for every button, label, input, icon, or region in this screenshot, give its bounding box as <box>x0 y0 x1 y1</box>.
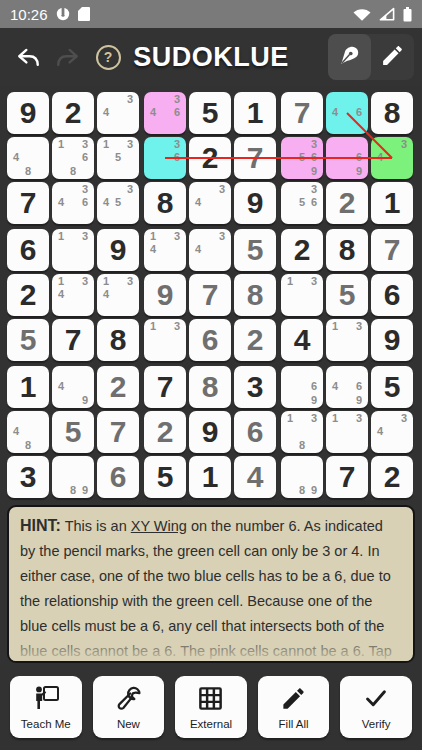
solved-digit: 7 <box>110 417 127 447</box>
hint-text-post: on the number 6. As indicated by the pen… <box>20 518 392 663</box>
given-digit: 3 <box>20 462 37 492</box>
cell-r5c5[interactable]: 7 <box>189 274 231 316</box>
cell-r8c2[interactable]: 5 <box>52 411 94 453</box>
solved-digit: 5 <box>20 325 37 355</box>
cell-r5c1[interactable]: 2 <box>7 274 49 316</box>
new-button[interactable]: New <box>93 676 165 738</box>
box-5: 1343459781362 <box>144 229 276 361</box>
bottom-toolbar: Teach Me New External Fill A <box>0 663 422 738</box>
cell-r9c6[interactable]: 4 <box>234 456 276 498</box>
cell-r1c7[interactable]: 7 <box>281 92 323 134</box>
cell-r5c7[interactable]: 13 <box>281 274 323 316</box>
help-button[interactable]: ? <box>88 34 128 80</box>
cell-r4c6[interactable]: 5 <box>234 229 276 271</box>
app-screen: 10:26 <box>0 0 422 750</box>
given-digit: 7 <box>20 188 37 218</box>
solved-digit: 7 <box>202 280 219 310</box>
cell-r9c2[interactable]: 89 <box>52 456 94 498</box>
cell-r6c3[interactable]: 8 <box>97 319 139 361</box>
hint-label: HINT: <box>20 517 61 534</box>
cell-r1c4[interactable]: 346 <box>144 92 186 134</box>
pencil-marks: 36 <box>147 138 183 178</box>
solved-digit: 7 <box>384 235 401 265</box>
given-digit: 9 <box>384 325 401 355</box>
pencil-marks: 34 <box>100 93 136 133</box>
cell-r2c2[interactable]: 1368 <box>52 137 94 179</box>
cell-r3c8[interactable]: 2 <box>326 182 368 224</box>
cell-r6c4[interactable]: 13 <box>144 319 186 361</box>
pencil-marks: 13 <box>329 412 365 452</box>
pencil-marks: 13 <box>329 320 365 360</box>
cell-r2c7[interactable]: 3569 <box>281 137 323 179</box>
teacher-icon <box>31 684 61 716</box>
pencil-icon <box>280 685 307 716</box>
entry-mode-toggle <box>328 34 414 80</box>
given-digit: 2 <box>294 235 311 265</box>
cell-r6c8[interactable]: 13 <box>326 319 368 361</box>
box-7: 149248573896 <box>7 366 139 498</box>
solved-digit: 8 <box>247 280 264 310</box>
cell-r6c1[interactable]: 5 <box>7 319 49 361</box>
cell-r7c8[interactable]: 469 <box>326 366 368 408</box>
cell-r6c2[interactable]: 7 <box>52 319 94 361</box>
cell-r7c6[interactable]: 3 <box>234 366 276 408</box>
given-digit: 2 <box>384 462 401 492</box>
pencil-marks: 89 <box>55 457 91 497</box>
solved-digit: 6 <box>202 325 219 355</box>
cell-r1c1[interactable]: 9 <box>7 92 49 134</box>
cell-r5c4[interactable]: 9 <box>144 274 186 316</box>
cell-r7c3[interactable]: 2 <box>97 366 139 408</box>
cell-r6c7[interactable]: 4 <box>281 319 323 361</box>
cell-r5c2[interactable]: 134 <box>52 274 94 316</box>
external-button[interactable]: External <box>175 676 247 738</box>
given-digit: 8 <box>110 325 127 355</box>
given-digit: 1 <box>202 462 219 492</box>
box-9: 69469513813348972 <box>281 366 413 498</box>
pencil-marks: 49 <box>55 367 91 407</box>
cell-r1c6[interactable]: 1 <box>234 92 276 134</box>
status-bar: 10:26 <box>0 0 422 28</box>
cell-r4c8[interactable]: 8 <box>326 229 368 271</box>
pencil-icon <box>380 43 405 72</box>
app-bar: ? SUDOKLUE <box>0 28 422 86</box>
cell-r7c4[interactable]: 7 <box>144 366 186 408</box>
cell-r8c4[interactable]: 2 <box>144 411 186 453</box>
pencil-marks: 48 <box>10 412 46 452</box>
solved-digit: 2 <box>110 372 127 402</box>
cell-r8c3[interactable]: 7 <box>97 411 139 453</box>
pencil-marks: 34 <box>192 183 228 223</box>
solved-digit: 7 <box>294 98 311 128</box>
ink-pen-icon <box>337 42 363 72</box>
cell-r3c4[interactable]: 8 <box>144 182 186 224</box>
pencil-marks: 1368 <box>55 138 91 178</box>
pencil-marks: 3569 <box>284 138 320 178</box>
redo-button[interactable] <box>48 34 88 80</box>
cell-r3c3[interactable]: 345 <box>97 182 139 224</box>
given-digit: 5 <box>202 98 219 128</box>
given-digit: 6 <box>384 280 401 310</box>
button-label: Verify <box>362 718 391 730</box>
given-digit: 9 <box>202 417 219 447</box>
cell-r8c7[interactable]: 138 <box>281 411 323 453</box>
cell-r1c9[interactable]: 8 <box>371 92 413 134</box>
cell-r1c3[interactable]: 34 <box>97 92 139 134</box>
solved-digit: 2 <box>339 188 356 218</box>
cell-r8c8[interactable]: 13 <box>326 411 368 453</box>
given-digit: 8 <box>339 235 356 265</box>
cell-r3c7[interactable]: 356 <box>281 182 323 224</box>
solved-digit: 4 <box>247 462 264 492</box>
button-label: Fill All <box>279 718 309 730</box>
cell-r5c6[interactable]: 8 <box>234 274 276 316</box>
hint-term-link[interactable]: XY Wing <box>131 518 187 534</box>
pencil-marks: 346 <box>55 183 91 223</box>
given-digit: 3 <box>247 372 264 402</box>
cell-r4c2[interactable]: 13 <box>52 229 94 271</box>
cell-r4c7[interactable]: 2 <box>281 229 323 271</box>
cell-r4c1[interactable]: 6 <box>7 229 49 271</box>
cell-r9c7[interactable]: 89 <box>281 456 323 498</box>
hint-panel: HINT: This is an XY Wing on the number 6… <box>7 505 415 663</box>
button-label: New <box>117 718 140 730</box>
button-label: Teach Me <box>21 718 71 730</box>
given-digit: 7 <box>157 372 174 402</box>
cell-r7c2[interactable]: 49 <box>52 366 94 408</box>
hint-text-pre: This is an <box>61 518 131 534</box>
verify-button[interactable]: Verify <box>340 676 412 738</box>
box-2: 3465136278349 <box>144 92 276 224</box>
cell-r1c8[interactable]: 46 <box>326 92 368 134</box>
board-area: 9234481368135734634534651362783497468356… <box>0 86 422 498</box>
cell-r4c5[interactable]: 34 <box>189 229 231 271</box>
pencil-marks: 134 <box>55 275 91 315</box>
grid-icon <box>197 685 224 716</box>
pencil-marks: 469 <box>329 367 365 407</box>
solved-digit: 5 <box>247 235 264 265</box>
pencil-marks: 48 <box>10 138 46 178</box>
given-digit: 1 <box>247 98 264 128</box>
cell-r2c8[interactable]: 69 <box>326 137 368 179</box>
box-6: 28713564139 <box>281 229 413 361</box>
cell-r7c1[interactable]: 1 <box>7 366 49 408</box>
data-saver-icon <box>56 7 70 21</box>
pencil-marks: 356 <box>284 183 320 223</box>
button-label: External <box>190 718 232 730</box>
help-icon: ? <box>96 45 121 70</box>
cell-r9c3[interactable]: 6 <box>97 456 139 498</box>
cell-r5c3[interactable]: 134 <box>97 274 139 316</box>
given-digit: 1 <box>384 188 401 218</box>
pencil-marks: 134 <box>100 275 136 315</box>
signal-icon <box>379 7 395 21</box>
cell-r8c1[interactable]: 48 <box>7 411 49 453</box>
cell-r4c3[interactable]: 9 <box>97 229 139 271</box>
solved-digit: 8 <box>202 372 219 402</box>
solved-digit: 7 <box>247 143 264 173</box>
check-icon <box>362 685 390 716</box>
cell-r2c9[interactable]: 34 <box>371 137 413 179</box>
given-digit: 9 <box>20 98 37 128</box>
given-digit: 8 <box>157 188 174 218</box>
cell-r6c9[interactable]: 9 <box>371 319 413 361</box>
pencil-marks: 134 <box>147 230 183 270</box>
given-digit: 7 <box>65 325 82 355</box>
pencil-marks: 345 <box>100 183 136 223</box>
page-title: SUDOKLUE <box>133 42 289 73</box>
pencil-marks: 346 <box>147 93 183 133</box>
cell-r8c5[interactable]: 9 <box>189 411 231 453</box>
cell-r3c5[interactable]: 34 <box>189 182 231 224</box>
cell-r5c8[interactable]: 5 <box>326 274 368 316</box>
solved-digit: 2 <box>247 325 264 355</box>
pencil-marks: 13 <box>55 230 91 270</box>
cell-r2c1[interactable]: 48 <box>7 137 49 179</box>
undo-button[interactable] <box>8 34 48 80</box>
solved-digit: 9 <box>157 280 174 310</box>
solved-digit: 5 <box>339 280 356 310</box>
given-digit: 1 <box>20 372 37 402</box>
solved-digit: 5 <box>65 417 82 447</box>
cell-r2c5[interactable]: 2 <box>189 137 231 179</box>
given-digit: 2 <box>20 280 37 310</box>
solved-digit: 6 <box>247 417 264 447</box>
given-digit: 2 <box>202 143 219 173</box>
wrench-icon <box>115 685 142 716</box>
given-digit: 6 <box>20 235 37 265</box>
cell-r3c2[interactable]: 346 <box>52 182 94 224</box>
teach-me-button[interactable]: Teach Me <box>10 676 82 738</box>
pen-mode-button[interactable] <box>328 34 371 80</box>
cell-r1c2[interactable]: 2 <box>52 92 94 134</box>
given-digit: 2 <box>65 98 82 128</box>
cell-r3c1[interactable]: 7 <box>7 182 49 224</box>
given-digit: 9 <box>110 235 127 265</box>
cell-r7c7[interactable]: 69 <box>281 366 323 408</box>
box-1: 92344813681357346345 <box>7 92 139 224</box>
cell-r7c5[interactable]: 8 <box>189 366 231 408</box>
wifi-icon <box>353 7 371 21</box>
cell-r2c6[interactable]: 7 <box>234 137 276 179</box>
cell-r3c9[interactable]: 1 <box>371 182 413 224</box>
given-digit: 7 <box>339 462 356 492</box>
cell-r9c9[interactable]: 2 <box>371 456 413 498</box>
pencil-marks: 34 <box>374 412 410 452</box>
given-digit: 5 <box>157 462 174 492</box>
battery-icon <box>403 7 412 22</box>
box-4: 61392134134578 <box>7 229 139 361</box>
cell-r1c5[interactable]: 5 <box>189 92 231 134</box>
given-digit: 4 <box>294 325 311 355</box>
cell-r6c6[interactable]: 2 <box>234 319 276 361</box>
given-digit: 8 <box>384 98 401 128</box>
fill-all-button[interactable]: Fill All <box>258 676 330 738</box>
pencil-marks: 69 <box>329 138 365 178</box>
given-digit: 5 <box>384 372 401 402</box>
pencil-marks: 34 <box>374 138 410 178</box>
sudoku-board: 9234481368135734634534651362783497468356… <box>7 92 413 498</box>
pencil-marks: 13 <box>147 320 183 360</box>
sd-card-icon <box>78 7 90 21</box>
cell-r8c9[interactable]: 34 <box>371 411 413 453</box>
given-digit: 9 <box>247 188 264 218</box>
cell-r9c8[interactable]: 7 <box>326 456 368 498</box>
pencil-marks: 46 <box>329 93 365 133</box>
cell-r9c4[interactable]: 5 <box>144 456 186 498</box>
pencil-marks: 138 <box>284 412 320 452</box>
cell-r3c6[interactable]: 9 <box>234 182 276 224</box>
cell-r2c4[interactable]: 36 <box>144 137 186 179</box>
pencil-marks: 13 <box>284 275 320 315</box>
cell-r4c4[interactable]: 134 <box>144 229 186 271</box>
cell-r4c9[interactable]: 7 <box>371 229 413 271</box>
box-3: 74683569693435621 <box>281 92 413 224</box>
cell-r9c5[interactable]: 1 <box>189 456 231 498</box>
cell-r6c5[interactable]: 6 <box>189 319 231 361</box>
pencil-marks: 34 <box>192 230 228 270</box>
solved-digit: 2 <box>157 417 174 447</box>
cell-r9c1[interactable]: 3 <box>7 456 49 498</box>
clock: 10:26 <box>10 6 48 23</box>
pencil-marks: 135 <box>100 138 136 178</box>
box-8: 783296514 <box>144 366 276 498</box>
cell-r7c9[interactable]: 5 <box>371 366 413 408</box>
cell-r5c9[interactable]: 6 <box>371 274 413 316</box>
cell-r2c3[interactable]: 135 <box>97 137 139 179</box>
pencil-marks: 89 <box>284 457 320 497</box>
cell-r8c6[interactable]: 6 <box>234 411 276 453</box>
pencil-marks: 69 <box>284 367 320 407</box>
pencil-mode-button[interactable] <box>371 34 414 80</box>
solved-digit: 6 <box>110 462 127 492</box>
